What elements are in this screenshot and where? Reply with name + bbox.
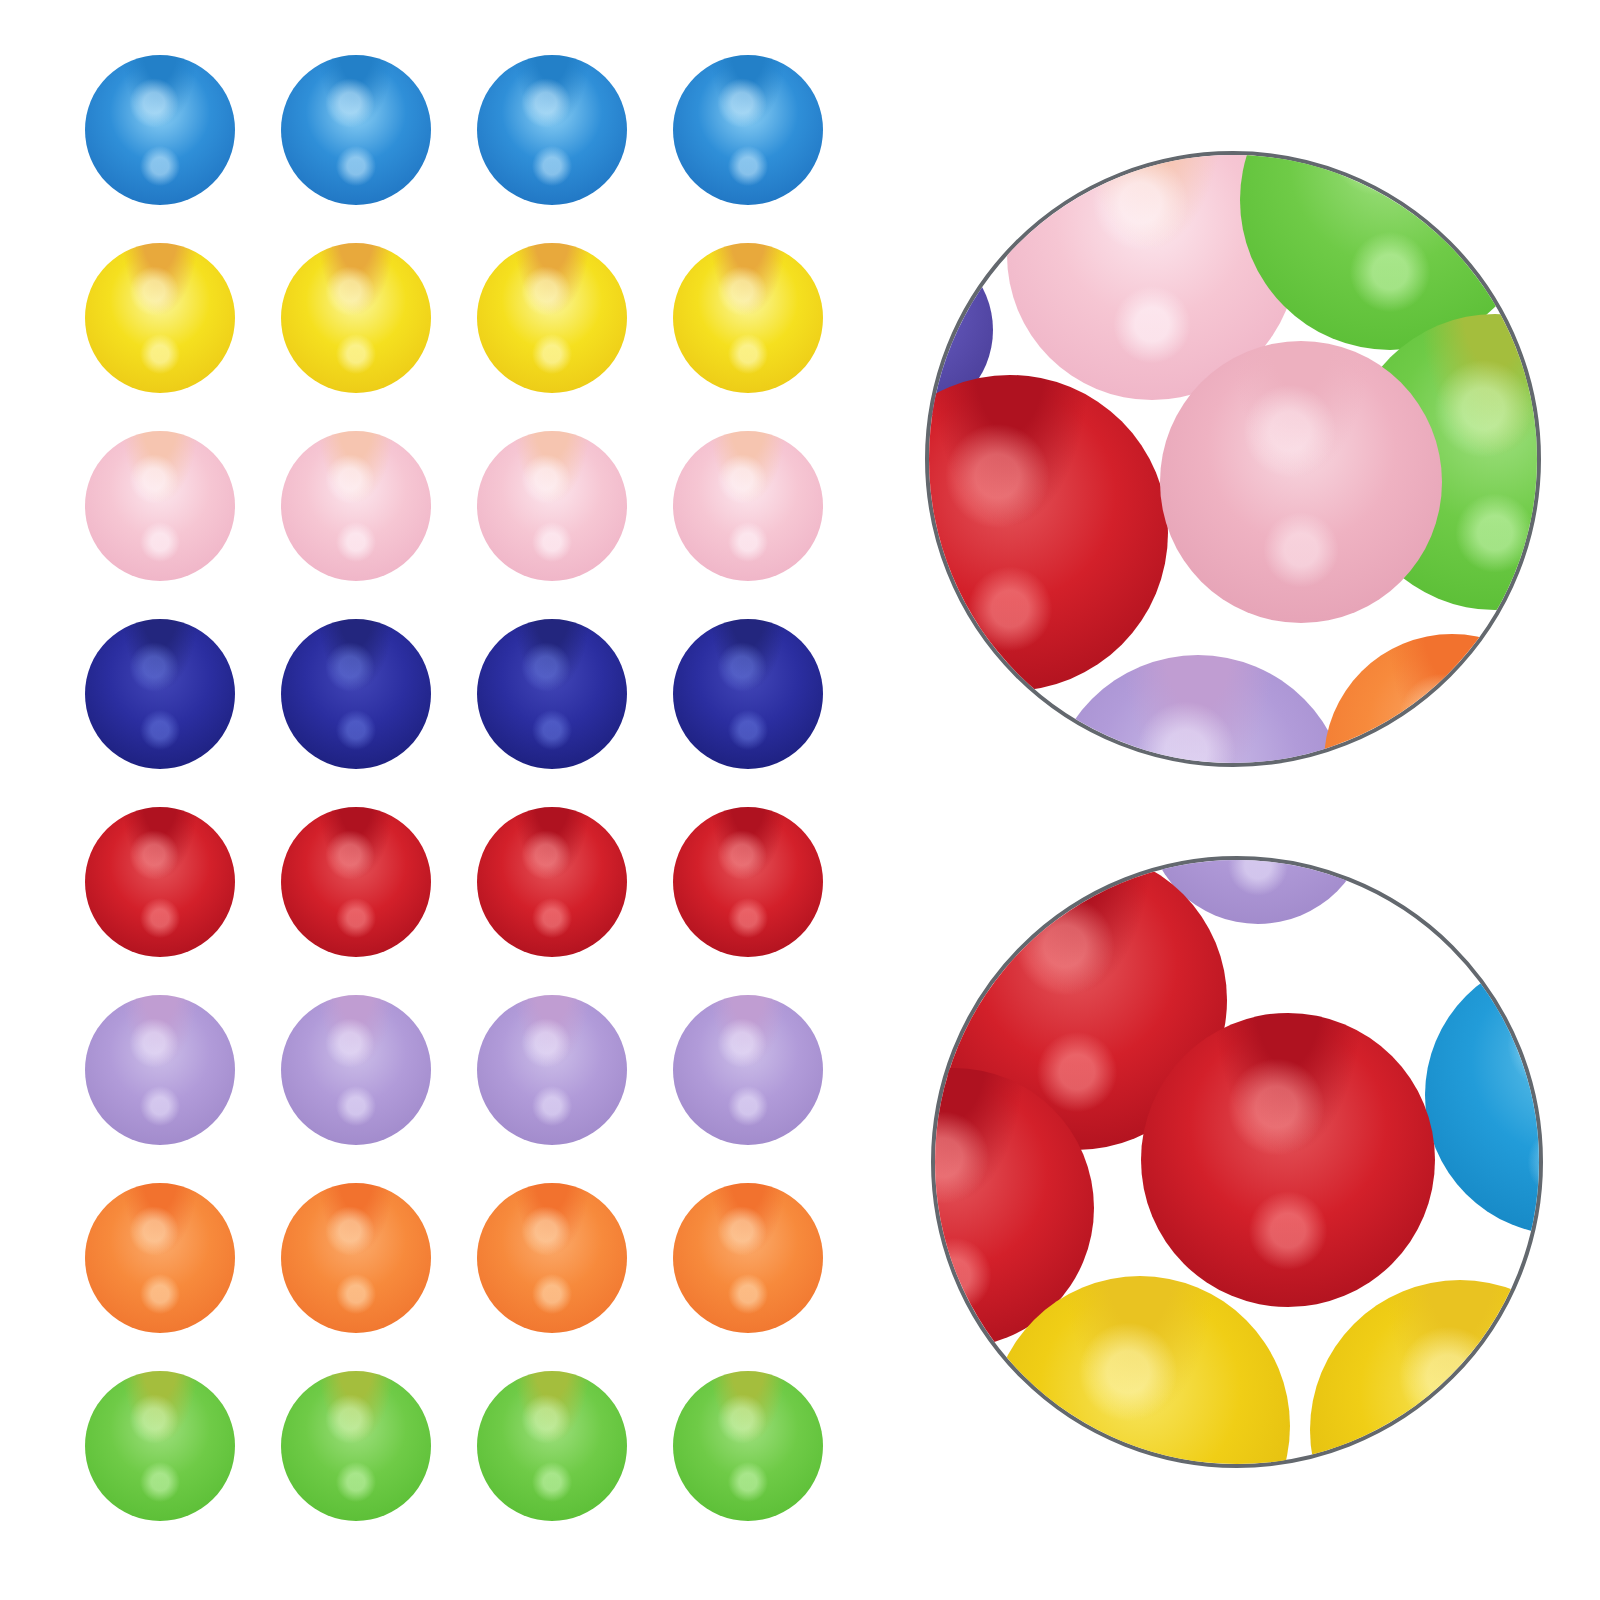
marble-orange — [673, 1183, 823, 1333]
grid-cell-r2-c3 — [454, 224, 650, 412]
inset-marble-pink2 — [1160, 341, 1442, 623]
marble-red — [85, 807, 235, 957]
marble-blue — [673, 55, 823, 205]
grid-cell-r6-c2 — [258, 976, 454, 1164]
marble-pink — [85, 431, 235, 581]
inset-marble-gold — [1310, 1280, 1543, 1468]
grid-cell-r7-c3 — [454, 1164, 650, 1352]
magnifier-circle-top — [925, 151, 1541, 767]
marble-blue — [477, 55, 627, 205]
grid-cell-r4-c2 — [258, 600, 454, 788]
marble-green — [85, 1371, 235, 1521]
grid-cell-r8-c1 — [62, 1352, 258, 1540]
grid-cell-r1-c1 — [62, 36, 258, 224]
inset-marble-purple — [1048, 655, 1348, 767]
grid-cell-r5-c4 — [650, 788, 846, 976]
magnifier-circle-bottom — [931, 856, 1543, 1468]
grid-cell-r7-c4 — [650, 1164, 846, 1352]
grid-cell-r7-c2 — [258, 1164, 454, 1352]
grid-cell-r1-c4 — [650, 36, 846, 224]
marble-pink — [281, 431, 431, 581]
marble-blue — [281, 55, 431, 205]
grid-cell-r2-c4 — [650, 224, 846, 412]
inset-marble-red — [1141, 1013, 1435, 1307]
grid-cell-r4-c1 — [62, 600, 258, 788]
marble-orange — [477, 1183, 627, 1333]
grid-cell-r8-c3 — [454, 1352, 650, 1540]
marble-yellow — [281, 243, 431, 393]
marble-yellow — [85, 243, 235, 393]
grid-cell-r3-c3 — [454, 412, 650, 600]
marble-blue — [85, 55, 235, 205]
grid-cell-r5-c2 — [258, 788, 454, 976]
grid-cell-r8-c4 — [650, 1352, 846, 1540]
marble-red — [281, 807, 431, 957]
marble-red — [673, 807, 823, 957]
marble-red — [477, 807, 627, 957]
marble-purple — [673, 995, 823, 1145]
marble-orange — [281, 1183, 431, 1333]
grid-cell-r6-c3 — [454, 976, 650, 1164]
grid-cell-r1-c3 — [454, 36, 650, 224]
marble-navy — [477, 619, 627, 769]
marble-pink — [673, 431, 823, 581]
inset-marble-orange — [1324, 634, 1541, 767]
grid-cell-r3-c1 — [62, 412, 258, 600]
marble-orange — [85, 1183, 235, 1333]
grid-cell-r7-c1 — [62, 1164, 258, 1352]
marble-pink — [477, 431, 627, 581]
inset-marble-cyan — [1425, 955, 1543, 1235]
grid-cell-r2-c2 — [258, 224, 454, 412]
marble-navy — [281, 619, 431, 769]
grid-cell-r8-c2 — [258, 1352, 454, 1540]
inset-marble-red — [925, 375, 1168, 691]
grid-cell-r5-c1 — [62, 788, 258, 976]
grid-cell-r1-c2 — [258, 36, 454, 224]
grid-cell-r6-c1 — [62, 976, 258, 1164]
marble-green — [281, 1371, 431, 1521]
marble-green — [673, 1371, 823, 1521]
marble-purple — [477, 995, 627, 1145]
marble-purple — [281, 995, 431, 1145]
grid-cell-r4-c3 — [454, 600, 650, 788]
grid-cell-r4-c4 — [650, 600, 846, 788]
grid-cell-r3-c4 — [650, 412, 846, 600]
product-photo — [0, 0, 1600, 1600]
marble-grid — [62, 36, 846, 1540]
marble-purple — [85, 995, 235, 1145]
marble-yellow — [477, 243, 627, 393]
marble-yellow — [673, 243, 823, 393]
grid-cell-r2-c1 — [62, 224, 258, 412]
marble-navy — [673, 619, 823, 769]
grid-cell-r5-c3 — [454, 788, 650, 976]
grid-cell-r3-c2 — [258, 412, 454, 600]
grid-cell-r6-c4 — [650, 976, 846, 1164]
marble-green — [477, 1371, 627, 1521]
marble-navy — [85, 619, 235, 769]
